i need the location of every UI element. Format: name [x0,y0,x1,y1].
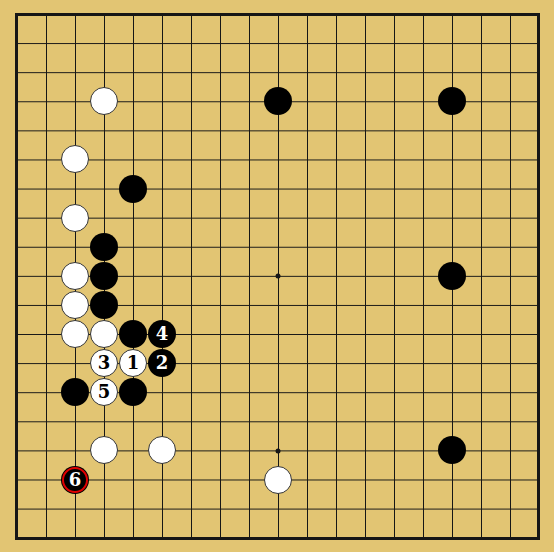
stone-white-f4 [148,436,177,465]
black-stone-disc [90,262,118,290]
stone-black-c3-move-6: 6 [61,465,90,494]
stone-white-d16 [90,87,119,116]
stone-white-d4 [90,436,119,465]
stone-black-q4 [438,436,467,465]
white-stone-disc [90,87,118,115]
stone-white-k3 [264,465,293,494]
black-stone-disc [119,378,147,406]
go-board-grid[interactable]: 431256 [3,0,554,552]
stone-white-d6-move-5: 5 [90,378,119,407]
stone-black-c6 [61,378,90,407]
black-stone-disc: 2 [148,349,176,377]
black-stone-disc [438,87,466,115]
white-stone-disc [61,145,89,173]
white-stone-disc [61,262,89,290]
black-stone-disc [90,233,118,261]
black-stone-disc [119,320,147,348]
stone-white-e7-move-1: 1 [119,349,148,378]
stone-white-c12 [61,203,90,232]
white-stone-disc [90,436,118,464]
stone-black-k16 [264,87,293,116]
black-stone-disc [438,262,466,290]
stone-white-c10 [61,261,90,290]
black-stone-disc: 6 [61,466,89,494]
stone-white-d8 [90,319,119,348]
white-stone-disc [61,320,89,348]
stone-black-d11 [90,232,119,261]
black-stone-disc [264,87,292,115]
black-stone-disc: 4 [148,320,176,348]
white-stone-disc: 5 [90,378,118,406]
white-stone-disc [61,204,89,232]
stone-black-e8 [119,319,148,348]
stone-black-f7-move-2: 2 [148,349,177,378]
stone-white-c9 [61,290,90,319]
white-stone-disc [148,436,176,464]
stone-black-f8-move-4: 4 [148,319,177,348]
black-stone-disc [90,291,118,319]
stone-white-d7-move-3: 3 [90,349,119,378]
white-stone-disc: 3 [90,349,118,377]
stone-black-q16 [438,87,467,116]
go-board: 431256 [0,0,554,552]
white-stone-disc [61,291,89,319]
stone-black-e6 [119,378,148,407]
black-stone-disc [61,378,89,406]
black-stone-disc [119,175,147,203]
white-stone-disc: 1 [119,349,147,377]
last-move-marker [62,467,88,493]
stone-black-e13 [119,174,148,203]
white-stone-disc [264,466,292,494]
stone-white-c14 [61,145,90,174]
stone-black-d9 [90,290,119,319]
white-stone-disc [90,320,118,348]
stone-white-c8 [61,319,90,348]
black-stone-disc [438,436,466,464]
stone-black-q10 [438,261,467,290]
stone-black-d10 [90,261,119,290]
